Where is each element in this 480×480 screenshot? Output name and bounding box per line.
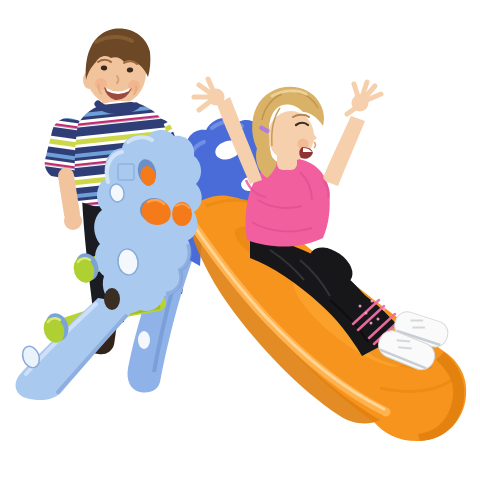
boy-hand: [64, 212, 82, 230]
panel-knob-right: [172, 202, 192, 226]
panel-hole-bottom: [104, 288, 120, 310]
product-photo: [0, 0, 480, 480]
